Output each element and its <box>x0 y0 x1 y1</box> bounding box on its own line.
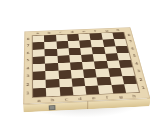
square-d4[interactable] <box>70 62 83 70</box>
square-b3[interactable] <box>46 71 59 80</box>
board-grid <box>32 32 140 98</box>
square-f2[interactable] <box>97 76 111 85</box>
square-b5[interactable] <box>45 56 58 64</box>
coord-label: b <box>46 98 60 102</box>
square-g2[interactable] <box>109 76 123 85</box>
square-g3[interactable] <box>108 68 122 76</box>
coord-label: 4 <box>24 64 32 72</box>
square-a2[interactable] <box>33 79 46 88</box>
coord-label: 2 <box>23 80 32 89</box>
rank-labels-left: 87654321 <box>23 35 32 98</box>
square-c3[interactable] <box>58 70 71 79</box>
rank-labels-right: 87654321 <box>124 31 148 92</box>
square-b2[interactable] <box>46 79 59 88</box>
square-a4[interactable] <box>33 64 46 72</box>
coord-label: 5 <box>24 57 32 65</box>
coord-label: h <box>127 94 141 98</box>
product-photo-page: abcdefgh abcdefgh 87654321 87654321 <box>0 0 150 128</box>
coord-label: e <box>87 96 101 100</box>
square-h3[interactable] <box>120 67 134 75</box>
coord-label: 1 <box>138 84 149 93</box>
fold-seam <box>87 101 88 109</box>
square-e4[interactable] <box>82 61 95 69</box>
coord-label: 4 <box>132 60 142 68</box>
coord-label: c <box>59 97 73 101</box>
square-e2[interactable] <box>84 77 98 86</box>
square-d1[interactable] <box>72 86 86 95</box>
coord-label: 3 <box>134 67 144 75</box>
coord-label: d <box>73 96 87 100</box>
coord-label: f <box>100 95 114 99</box>
coord-label: a <box>32 98 46 102</box>
square-f3[interactable] <box>95 69 109 77</box>
coord-label: g <box>114 94 128 98</box>
coord-label: 3 <box>24 72 32 81</box>
square-h2[interactable] <box>122 75 137 84</box>
square-c4[interactable] <box>58 63 71 71</box>
square-a1[interactable] <box>33 88 46 97</box>
square-g1[interactable] <box>111 84 126 93</box>
square-h4[interactable] <box>118 60 132 68</box>
square-f1[interactable] <box>98 85 113 94</box>
chessboard: abcdefgh abcdefgh 87654321 87654321 <box>23 27 150 104</box>
square-a5[interactable] <box>33 56 45 64</box>
square-b1[interactable] <box>46 87 60 96</box>
square-e1[interactable] <box>85 85 99 94</box>
square-c2[interactable] <box>59 78 73 87</box>
coord-label: 1 <box>23 89 32 98</box>
square-f4[interactable] <box>94 61 108 69</box>
square-h1[interactable] <box>124 84 139 93</box>
square-d3[interactable] <box>71 70 85 79</box>
coord-label: 2 <box>136 75 147 84</box>
square-c1[interactable] <box>59 87 73 96</box>
square-d2[interactable] <box>71 78 85 87</box>
square-e3[interactable] <box>83 69 97 78</box>
scene: abcdefgh abcdefgh 87654321 87654321 <box>0 0 150 128</box>
board-frame: abcdefgh abcdefgh 87654321 87654321 <box>23 27 150 104</box>
square-b4[interactable] <box>45 63 58 71</box>
metal-clasp <box>49 105 56 110</box>
square-a3[interactable] <box>33 71 46 80</box>
